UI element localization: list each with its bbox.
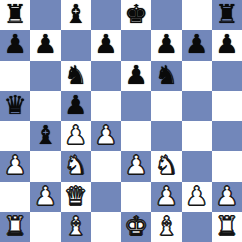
square-b1[interactable] [30,212,60,242]
piece-black-pawn[interactable]: ♟ [215,31,238,57]
square-g1[interactable] [182,212,212,242]
square-e8[interactable]: ♚ [121,0,151,30]
square-h3[interactable] [212,151,242,181]
piece-white-knight[interactable]: ♞ [64,152,87,178]
chess-board: ♜♝♚♜♟♟♟♟♟♟♞♟♞♛♟♝♟♟♟♞♟♞♟♛♟♟♟♜♝♚♝♜ [0,0,242,242]
square-a5[interactable]: ♛ [0,91,30,121]
piece-black-rook[interactable]: ♜ [3,1,26,27]
square-a2[interactable] [0,182,30,212]
square-b8[interactable] [30,0,60,30]
piece-white-pawn[interactable]: ♟ [215,183,238,209]
square-c3[interactable]: ♞ [61,151,91,181]
piece-white-knight[interactable]: ♞ [155,152,178,178]
piece-black-king[interactable]: ♚ [124,1,147,27]
square-f7[interactable]: ♟ [151,30,181,60]
square-f4[interactable] [151,121,181,151]
piece-black-bishop[interactable]: ♝ [34,122,57,148]
square-d7[interactable]: ♟ [91,30,121,60]
piece-black-queen[interactable]: ♛ [3,92,26,118]
square-h1[interactable]: ♜ [212,212,242,242]
square-g7[interactable]: ♟ [182,30,212,60]
square-g5[interactable] [182,91,212,121]
square-e4[interactable] [121,121,151,151]
piece-black-knight[interactable]: ♞ [155,62,178,88]
piece-white-bishop[interactable]: ♝ [155,213,178,239]
square-b5[interactable] [30,91,60,121]
square-b2[interactable]: ♟ [30,182,60,212]
square-e6[interactable]: ♟ [121,61,151,91]
square-a4[interactable] [0,121,30,151]
square-f2[interactable]: ♟ [151,182,181,212]
square-c4[interactable]: ♟ [61,121,91,151]
piece-white-pawn[interactable]: ♟ [34,183,57,209]
square-d6[interactable] [91,61,121,91]
square-a3[interactable]: ♟ [0,151,30,181]
square-d5[interactable] [91,91,121,121]
square-g8[interactable] [182,0,212,30]
square-d3[interactable] [91,151,121,181]
square-f6[interactable]: ♞ [151,61,181,91]
square-e2[interactable] [121,182,151,212]
piece-black-knight[interactable]: ♞ [64,62,87,88]
piece-black-pawn[interactable]: ♟ [94,31,117,57]
square-b4[interactable]: ♝ [30,121,60,151]
square-e7[interactable] [121,30,151,60]
square-g2[interactable]: ♟ [182,182,212,212]
piece-white-pawn[interactable]: ♟ [94,122,117,148]
piece-white-pawn[interactable]: ♟ [3,152,26,178]
square-b6[interactable] [30,61,60,91]
square-d2[interactable] [91,182,121,212]
piece-white-pawn[interactable]: ♟ [64,122,87,148]
square-h7[interactable]: ♟ [212,30,242,60]
square-a7[interactable]: ♟ [0,30,30,60]
piece-white-rook[interactable]: ♜ [215,213,238,239]
square-h6[interactable] [212,61,242,91]
square-a6[interactable] [0,61,30,91]
square-d1[interactable] [91,212,121,242]
piece-white-bishop[interactable]: ♝ [64,213,87,239]
piece-black-pawn[interactable]: ♟ [64,92,87,118]
piece-white-queen[interactable]: ♛ [64,183,87,209]
square-e1[interactable]: ♚ [121,212,151,242]
piece-black-rook[interactable]: ♜ [215,1,238,27]
square-d4[interactable]: ♟ [91,121,121,151]
piece-black-pawn[interactable]: ♟ [124,62,147,88]
square-f1[interactable]: ♝ [151,212,181,242]
square-c7[interactable] [61,30,91,60]
square-c5[interactable]: ♟ [61,91,91,121]
piece-black-pawn[interactable]: ♟ [185,31,208,57]
square-h2[interactable]: ♟ [212,182,242,212]
piece-white-pawn[interactable]: ♟ [185,183,208,209]
piece-black-bishop[interactable]: ♝ [64,1,87,27]
piece-white-pawn[interactable]: ♟ [124,152,147,178]
square-b7[interactable]: ♟ [30,30,60,60]
square-e3[interactable]: ♟ [121,151,151,181]
square-f3[interactable]: ♞ [151,151,181,181]
square-g3[interactable] [182,151,212,181]
square-b3[interactable] [30,151,60,181]
square-h4[interactable] [212,121,242,151]
square-h5[interactable] [212,91,242,121]
square-c8[interactable]: ♝ [61,0,91,30]
square-c6[interactable]: ♞ [61,61,91,91]
square-g4[interactable] [182,121,212,151]
piece-white-king[interactable]: ♚ [124,213,147,239]
piece-black-pawn[interactable]: ♟ [34,31,57,57]
square-c1[interactable]: ♝ [61,212,91,242]
piece-white-rook[interactable]: ♜ [3,213,26,239]
piece-black-pawn[interactable]: ♟ [155,31,178,57]
square-c2[interactable]: ♛ [61,182,91,212]
square-g6[interactable] [182,61,212,91]
square-e5[interactable] [121,91,151,121]
square-a1[interactable]: ♜ [0,212,30,242]
piece-white-pawn[interactable]: ♟ [155,183,178,209]
square-a8[interactable]: ♜ [0,0,30,30]
square-f8[interactable] [151,0,181,30]
square-h8[interactable]: ♜ [212,0,242,30]
square-f5[interactable] [151,91,181,121]
piece-black-pawn[interactable]: ♟ [3,31,26,57]
square-d8[interactable] [91,0,121,30]
